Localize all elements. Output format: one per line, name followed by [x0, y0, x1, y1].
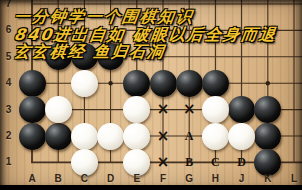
col-label-K: K: [262, 174, 274, 184]
col-label-H: H: [209, 174, 221, 184]
black-stone-A4[interactable]: [19, 70, 46, 97]
go-board[interactable]: ××××ABCD 7654321ABCDEFGHJKL 一分钟学一个围棋知识 8…: [0, 0, 302, 190]
col-label-B: B: [52, 174, 64, 184]
white-stone-E1[interactable]: [123, 149, 150, 176]
x-mark-F1[interactable]: ×: [155, 155, 171, 170]
point-label-C-H1[interactable]: C: [208, 156, 222, 168]
col-label-F: F: [157, 174, 169, 184]
white-stone-C1[interactable]: [71, 149, 98, 176]
white-stone-C4[interactable]: [71, 70, 98, 97]
letterbox-bar: [0, 185, 302, 190]
caption-line-3: 玄玄棋经 鱼归石洞: [13, 43, 167, 61]
col-label-L: L: [288, 174, 300, 184]
white-stone-H2[interactable]: [202, 123, 229, 150]
black-stone-E4[interactable]: [123, 70, 150, 97]
point-label-A-G2[interactable]: A: [182, 130, 196, 142]
row-label-2: 2: [3, 131, 14, 141]
black-stone-K2[interactable]: [254, 123, 281, 150]
x-mark-F3[interactable]: ×: [155, 102, 171, 117]
row-label-4: 4: [3, 78, 14, 88]
black-stone-J3[interactable]: [228, 96, 255, 123]
black-stone-H4[interactable]: [202, 70, 229, 97]
x-mark-G3[interactable]: ×: [181, 102, 197, 117]
col-label-D: D: [105, 174, 117, 184]
black-stone-A3[interactable]: [19, 96, 46, 123]
row-label-1: 1: [3, 157, 14, 167]
col-label-J: J: [236, 174, 248, 184]
caption-line-1: 一分钟学一个围棋知识: [13, 8, 196, 26]
col-label-A: A: [26, 174, 38, 184]
black-stone-B2[interactable]: [45, 123, 72, 150]
x-mark-F2[interactable]: ×: [155, 129, 171, 144]
black-stone-A2[interactable]: [19, 123, 46, 150]
black-stone-K1[interactable]: [254, 149, 281, 176]
point-label-B-G1[interactable]: B: [182, 156, 196, 168]
col-label-E: E: [131, 174, 143, 184]
black-stone-G4[interactable]: [176, 70, 203, 97]
row-label-3: 3: [3, 105, 14, 115]
white-stone-H3[interactable]: [202, 96, 229, 123]
black-stone-F4[interactable]: [150, 70, 177, 97]
point-label-D-J1[interactable]: D: [235, 156, 249, 168]
row-label-7: 7: [3, 0, 14, 9]
col-label-C: C: [78, 174, 90, 184]
col-label-G: G: [183, 174, 195, 184]
white-stone-D2[interactable]: [97, 123, 124, 150]
row-label-6: 6: [3, 25, 14, 35]
white-stone-J2[interactable]: [228, 123, 255, 150]
white-stone-C2[interactable]: [71, 123, 98, 150]
white-stone-B3[interactable]: [45, 96, 72, 123]
white-stone-E2[interactable]: [123, 123, 150, 150]
